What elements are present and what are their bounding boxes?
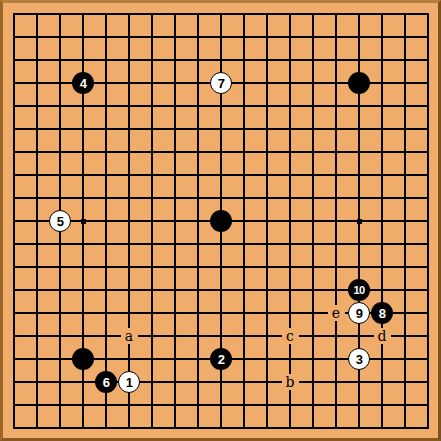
stone-black-d16: 4 — [72, 72, 94, 94]
stone-white-k16: 7 — [210, 72, 232, 94]
star-point-d10 — [81, 219, 86, 224]
stone-black-d4 — [72, 348, 94, 370]
stone-white-f3: 1 — [118, 371, 140, 393]
grid-line-vertical — [335, 13, 337, 429]
stone-black-q16 — [348, 72, 370, 94]
stone-white-q4: 3 — [348, 348, 370, 370]
grid-line-horizontal — [13, 335, 429, 337]
grid-line-vertical — [312, 13, 314, 429]
move-number: 3 — [356, 353, 363, 366]
move-number: 5 — [57, 215, 64, 228]
point-label-c: c — [282, 328, 299, 344]
stone-white-c10: 5 — [49, 210, 71, 232]
grid-line-vertical — [381, 13, 383, 429]
grid-line-horizontal — [13, 381, 429, 383]
point-label-a: a — [121, 328, 138, 344]
move-number: 6 — [103, 376, 110, 389]
grid-line-horizontal — [13, 243, 429, 245]
grid-line-vertical — [266, 13, 268, 429]
stone-black-k10 — [210, 210, 232, 232]
go-board: abcde47510983261 — [0, 0, 441, 441]
grid-line-vertical — [289, 13, 291, 429]
grid-line-horizontal — [13, 427, 429, 429]
move-number: 1 — [126, 376, 133, 389]
point-label-d: d — [374, 328, 391, 344]
stone-black-e3: 6 — [95, 371, 117, 393]
grid-line-horizontal — [13, 404, 429, 406]
stone-black-q7: 10 — [348, 279, 370, 301]
grid-line-vertical — [404, 13, 406, 429]
point-label-b: b — [282, 374, 299, 390]
move-number: 2 — [218, 353, 225, 366]
move-number: 9 — [356, 307, 363, 320]
stone-black-k4: 2 — [210, 348, 232, 370]
grid-line-vertical — [243, 13, 245, 429]
move-number: 8 — [379, 307, 386, 320]
move-number: 10 — [353, 285, 364, 296]
point-label-e: e — [328, 305, 345, 321]
grid-line-horizontal — [13, 266, 429, 268]
stone-white-q6: 9 — [348, 302, 370, 324]
move-number: 4 — [80, 77, 87, 90]
star-point-q10 — [357, 219, 362, 224]
stone-black-r6: 8 — [371, 302, 393, 324]
move-number: 7 — [218, 77, 225, 90]
grid-line-vertical — [427, 13, 429, 429]
